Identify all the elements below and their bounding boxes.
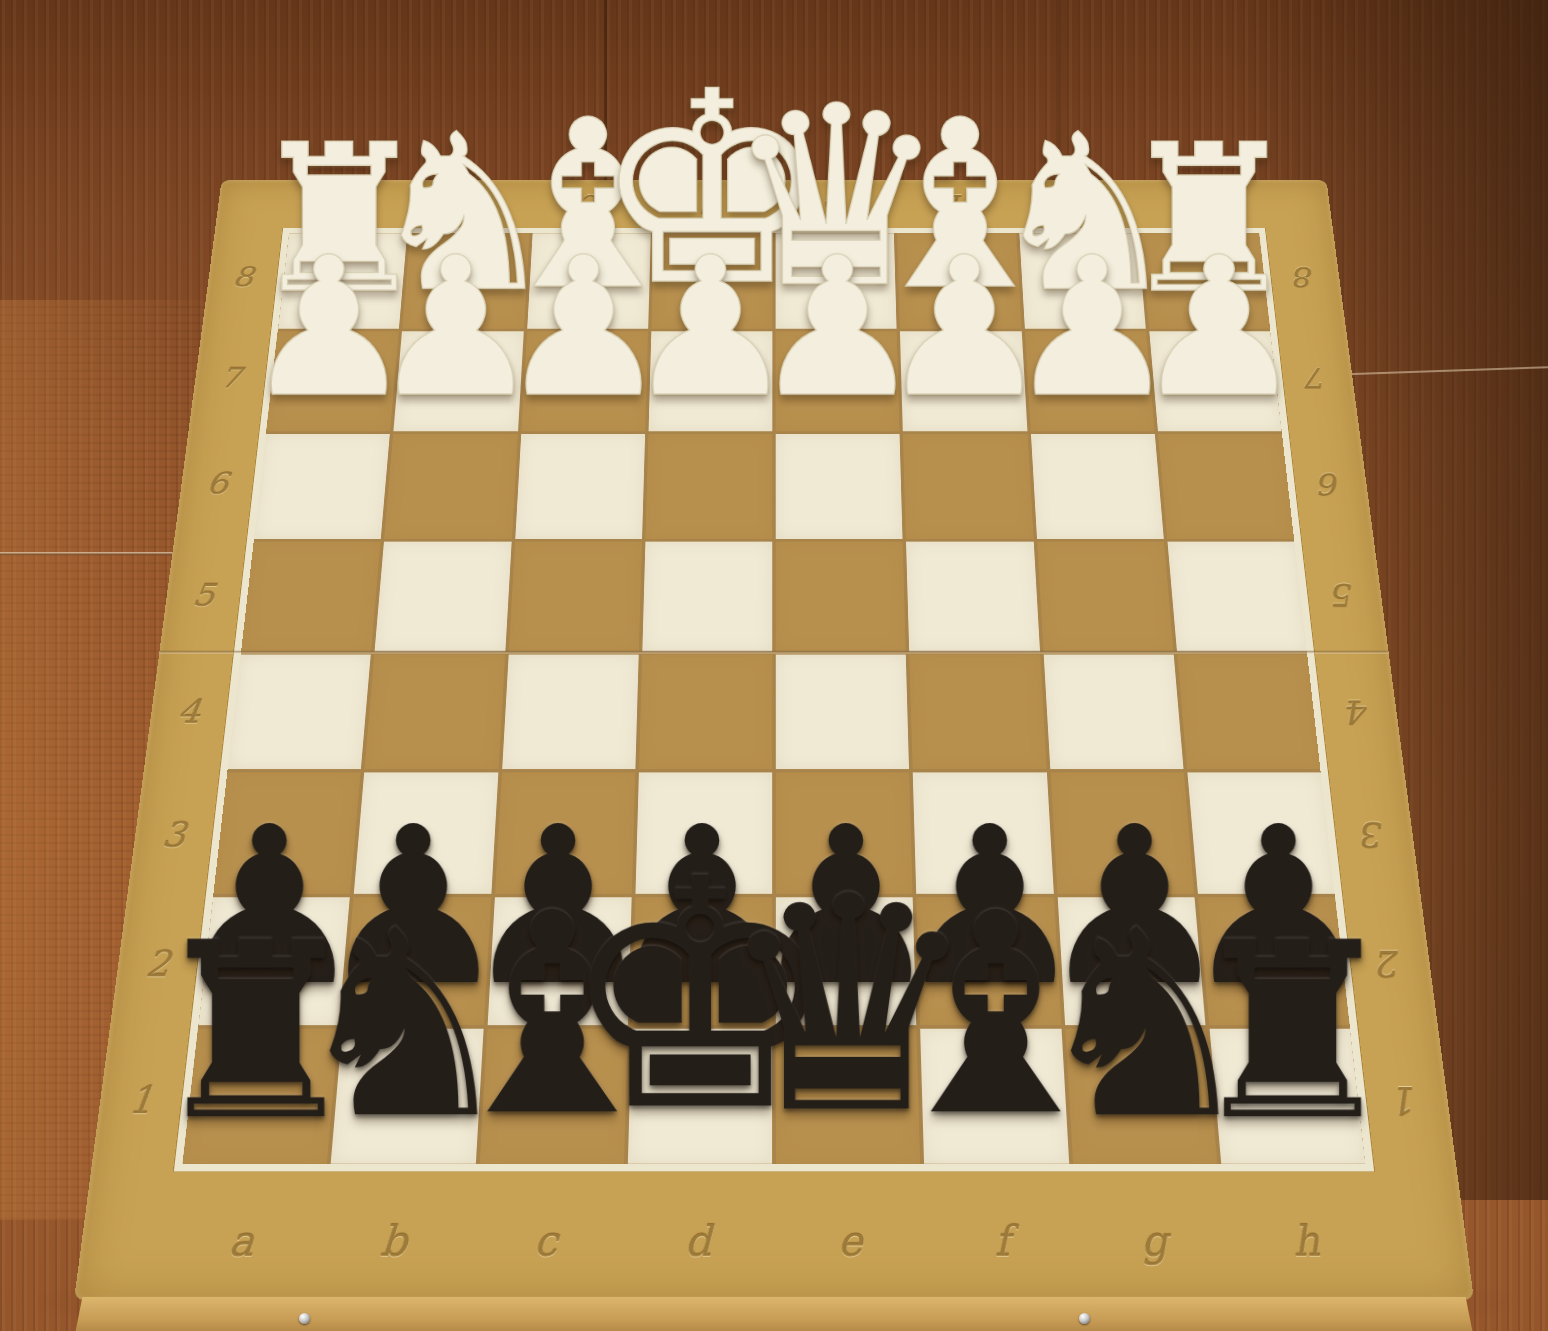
file-label-mirrored-c: c <box>529 180 653 226</box>
rank-label-mirrored-5: 5 <box>1301 539 1389 653</box>
rank-label-mirrored-4: 4 <box>1314 653 1404 773</box>
chessboard: 87654321 87654321 abcdefgh abcdefgh ♜♞♝♚… <box>74 180 1474 1300</box>
square-h7[interactable]: ♟ <box>1149 331 1282 431</box>
square-d4[interactable] <box>639 654 772 769</box>
square-c4[interactable] <box>502 654 639 769</box>
square-c6[interactable] <box>515 434 645 539</box>
file-label-e: e <box>774 1183 928 1300</box>
rank-label-4: 4 <box>144 653 234 773</box>
file-label-mirrored-e: e <box>774 180 897 226</box>
square-g6[interactable] <box>1031 434 1164 539</box>
file-label-mirrored-g: g <box>1017 180 1142 226</box>
chessboard-scene: 87654321 87654321 abcdefgh abcdefgh ♜♞♝♚… <box>74 130 1474 1300</box>
square-d6[interactable] <box>645 434 772 539</box>
file-labels-bottom: abcdefgh <box>159 1183 1389 1300</box>
rank-label-mirrored-2: 2 <box>1343 898 1439 1031</box>
squares-grid: ♜♞♝♚♛♝♞♜♟♟♟♟♟♟♟♟♟♟♟♟♟♟♟♟♜♞♝♚♛♝♞♜ <box>183 233 1366 1163</box>
square-f6[interactable] <box>903 434 1033 539</box>
square-h4[interactable] <box>1177 654 1320 769</box>
file-label-mirrored-f: f <box>895 180 1019 226</box>
file-label-mirrored-d: d <box>651 180 774 226</box>
square-a4[interactable] <box>228 654 371 769</box>
square-h5[interactable] <box>1167 541 1307 651</box>
square-f5[interactable] <box>906 541 1039 651</box>
file-label-b: b <box>313 1183 474 1300</box>
file-label-c: c <box>467 1183 624 1300</box>
file-label-f: f <box>924 1183 1081 1300</box>
square-h6[interactable] <box>1158 434 1294 539</box>
square-f4[interactable] <box>909 654 1046 769</box>
file-label-mirrored-b: b <box>406 180 531 226</box>
playing-field: ♜♞♝♚♛♝♞♜♟♟♟♟♟♟♟♟♟♟♟♟♟♟♟♟♜♞♝♚♛♝♞♜ <box>174 228 1374 1171</box>
file-label-mirrored-a: a <box>283 180 410 226</box>
rank-label-mirrored-7: 7 <box>1276 327 1359 430</box>
square-b5[interactable] <box>375 541 511 651</box>
square-g5[interactable] <box>1037 541 1173 651</box>
file-labels-top: abcdefgh <box>283 180 1264 226</box>
rank-label-mirrored-8: 8 <box>1265 228 1346 327</box>
square-g4[interactable] <box>1043 654 1183 769</box>
board-front-edge <box>74 1297 1474 1331</box>
square-e4[interactable] <box>776 654 909 769</box>
square-b4[interactable] <box>365 654 505 769</box>
square-h1[interactable]: ♜ <box>1209 1029 1365 1164</box>
hinge-pin <box>1079 1313 1090 1324</box>
file-label-a: a <box>159 1183 323 1300</box>
rank-label-6: 6 <box>174 430 259 538</box>
square-d5[interactable] <box>642 541 772 651</box>
square-e5[interactable] <box>776 541 906 651</box>
square-b6[interactable] <box>384 434 517 539</box>
square-e6[interactable] <box>776 434 903 539</box>
rank-label-mirrored-1: 1 <box>1358 1031 1457 1171</box>
file-label-h: h <box>1225 1183 1389 1300</box>
hinge-pin <box>299 1313 310 1324</box>
rank-label-mirrored-6: 6 <box>1288 430 1373 538</box>
square-a5[interactable] <box>241 541 381 651</box>
rank-label-mirrored-3: 3 <box>1328 772 1421 898</box>
file-label-d: d <box>620 1183 774 1300</box>
rank-label-5: 5 <box>159 539 247 653</box>
file-label-g: g <box>1075 1183 1236 1300</box>
file-label-mirrored-h: h <box>1138 180 1265 226</box>
square-a6[interactable] <box>254 434 390 539</box>
square-c5[interactable] <box>508 541 641 651</box>
